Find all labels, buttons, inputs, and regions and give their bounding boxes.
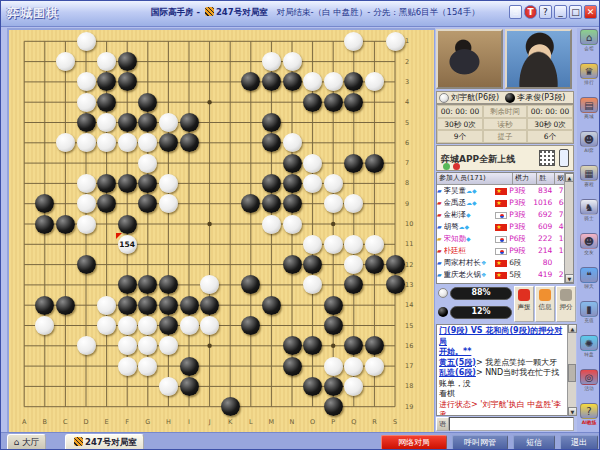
white-stone (159, 113, 178, 132)
white-stone-icon (438, 288, 448, 298)
icon-glyph: ? (580, 403, 598, 419)
black-stone (324, 397, 343, 416)
phone-icon (559, 149, 569, 167)
black-stone (283, 357, 302, 376)
black-stone (283, 154, 302, 173)
participant-name: 李昊童☁◆ (444, 185, 496, 197)
help-icon[interactable]: ? (539, 5, 552, 19)
black-stone (344, 154, 363, 173)
coord-letter: P (329, 418, 337, 426)
black-stone (56, 215, 75, 234)
black-stone (324, 377, 343, 396)
maximize-button[interactable]: □ (569, 5, 582, 19)
white-byoyomi: 30秒 0次 (437, 118, 483, 131)
window-title: 国际高手房 - 247号对局室 对局结束-（白 中盘胜）- 分先：黑贴6目半（1… (151, 7, 481, 19)
black-stone (283, 194, 302, 213)
black-stone (118, 72, 137, 91)
info-button[interactable]: 信息 (535, 286, 555, 322)
icon-glyph: ✺ (580, 335, 598, 351)
white-stone (159, 174, 178, 193)
participant-rank: P9段 (509, 245, 530, 257)
black-byoyomi: 30秒 0次 (527, 118, 573, 131)
white-stone (77, 336, 96, 355)
black-time: 00: 00: 00 (527, 105, 573, 118)
black-stone (303, 377, 322, 396)
coord-number: 8 (405, 179, 409, 187)
app-logo: 弈城围棋 (7, 5, 59, 22)
coord-letter: Q (350, 418, 358, 426)
black-stone (386, 275, 405, 294)
icon-glyph: ▤ (580, 97, 598, 113)
coord-number: 4 (405, 98, 409, 106)
white-stone (344, 235, 363, 254)
white-stone (138, 357, 157, 376)
briefcase-icon (560, 289, 572, 301)
strip-icon-排行[interactable]: ♛排行 (577, 63, 600, 96)
participant-name: 胡骜☁◆ (444, 221, 496, 233)
black-stone (159, 296, 178, 315)
userlist-scrollbar[interactable]: ▲ ▼ (564, 173, 573, 283)
participant-name: 金禹丞☁◆ (444, 197, 496, 209)
participant-rank: P3段 (509, 221, 530, 233)
strip-icon-交友[interactable]: ☻交友 (577, 233, 600, 266)
black-stone (180, 296, 199, 315)
participant-row[interactable]: ▰李昊童☁◆★P3段834755 (437, 185, 573, 197)
strip-icon-活动[interactable]: ◎活动 (577, 369, 600, 402)
white-winrate: 88% (450, 288, 512, 297)
white-stone (324, 72, 343, 91)
participants-count: 参加人员(171) (437, 173, 513, 184)
black-stone (262, 174, 281, 193)
black-stone-icon (505, 93, 515, 103)
icon-glyph: ◎ (580, 369, 598, 385)
winrate-panel: 88% 12% 声援信息押分 (436, 286, 574, 323)
go-board[interactable]: ABCDEFGHIJKLMNOPQRS123456789101112131415… (7, 28, 435, 432)
strip-icon-聊天[interactable]: ❝聊天 (577, 267, 600, 300)
tab-game-room[interactable]: 247号对局室 (65, 434, 144, 450)
participant-wins: 692 (530, 209, 553, 221)
coord-letter: N (288, 418, 296, 426)
black-stone (365, 154, 384, 173)
strip-icon-骑士[interactable]: ♞骑士 (577, 199, 600, 232)
coord-letter: S (391, 418, 399, 426)
vip-badge-icon: ☁◆ (459, 223, 470, 230)
coord-letter: O (309, 418, 317, 426)
black-stone (180, 133, 199, 152)
chat-input[interactable] (449, 417, 574, 431)
participant-row[interactable]: ▰重庆老火锅❖★5段419275 (437, 269, 573, 281)
black-stone (324, 296, 343, 315)
strength-header: 棋力 (513, 173, 537, 184)
coord-number: 9 (405, 200, 409, 208)
coord-letter: K (226, 418, 234, 426)
white-stone (324, 235, 343, 254)
close-button[interactable]: ✕ (584, 5, 597, 19)
white-time: 00: 00: 00 (437, 105, 483, 118)
participant-wins: 419 (530, 269, 553, 281)
network-game-button[interactable]: 网络对局 (381, 435, 447, 450)
participant-name: 周家村村长❖ (444, 257, 496, 269)
white-stone (303, 154, 322, 173)
eweiqi-client-window: 弈城围棋 国际高手房 - 247号对局室 对局结束-（白 中盘胜）- 分先：黑贴… (0, 0, 600, 450)
white-stone (180, 316, 199, 335)
black-stone (180, 113, 199, 132)
participant-name: 金彬泽◆ (444, 209, 496, 221)
strip-icon-会馆[interactable]: ⌂会馆 (577, 29, 600, 62)
coord-letter: G (144, 418, 152, 426)
participant-rank: 5段 (509, 269, 530, 281)
vip-badge-icon: ◆ (466, 235, 471, 242)
black-stone (262, 296, 281, 315)
vip-badge-icon: ◆ (466, 211, 471, 218)
black-stone (118, 52, 137, 71)
coord-number: 2 (405, 58, 409, 66)
participant-name: 朴廷桓 (444, 245, 496, 257)
white-player-photo (436, 29, 503, 89)
coord-number: 11 (405, 240, 413, 248)
white-stone (138, 154, 157, 173)
coord-number: 15 (405, 322, 413, 330)
black-stone (386, 255, 405, 274)
participant-row[interactable]: ▰宋知勋◆P6段222105 (437, 233, 573, 245)
white-stone (97, 113, 116, 132)
room-icon (205, 7, 214, 16)
black-stone (118, 215, 137, 234)
participant-rank: P6段 (509, 233, 530, 245)
participant-wins: 609 (530, 221, 553, 233)
bet-button[interactable]: 押分 (556, 286, 576, 322)
black-stone (77, 255, 96, 274)
player-names-bar: 刘宇航(P6段) 李承俊(P3段) (436, 91, 574, 104)
participant-name: 重庆老火锅❖ (444, 269, 496, 281)
participant-wins: 834 (530, 185, 553, 197)
icon-glyph: ☻ (580, 233, 598, 249)
black-stone (35, 215, 54, 234)
coord-letter: D (82, 418, 90, 426)
android-icon (443, 163, 450, 170)
hand-icon[interactable]: ☝ (509, 5, 522, 19)
tomato-icon (518, 289, 530, 301)
white-stone (303, 235, 322, 254)
participant-rank: P3段 (509, 197, 530, 209)
strip-icon-转盘[interactable]: ✺转盘 (577, 335, 600, 368)
white-stone (324, 174, 343, 193)
vip-badge-icon: ☁◆ (466, 187, 477, 194)
black-stone (56, 296, 75, 315)
participant-wins: 1016 (530, 197, 553, 209)
white-stone (77, 215, 96, 234)
icon-glyph: ⌂ (580, 29, 598, 45)
participant-row[interactable]: ▰金禹丞☁◆★P3段1016647 (437, 197, 573, 209)
white-captures: 9个 (437, 130, 483, 143)
white-stone (365, 357, 384, 376)
black-stone-icon (438, 307, 448, 317)
white-stone (77, 194, 96, 213)
last-move-marker (116, 233, 122, 239)
flag-icon-kr (495, 248, 507, 255)
call-admin-button[interactable]: 呼叫网管 (452, 435, 508, 450)
black-stone (180, 377, 199, 396)
clock-panel: 00: 00: 00 剩余时间 00: 00: 00 30秒 0次 读秒 30秒… (436, 104, 574, 144)
coord-number: 7 (405, 159, 409, 167)
white-stone (365, 235, 384, 254)
white-stone (283, 52, 302, 71)
icon-glyph: ▦ (580, 165, 598, 181)
app-banner[interactable]: 弈城APP全新上线 (436, 145, 574, 171)
black-stone (97, 93, 116, 112)
black-stone (118, 174, 137, 193)
minimize-button[interactable]: _ (554, 5, 567, 19)
white-stone (118, 357, 137, 376)
white-stone (97, 296, 116, 315)
black-stone (118, 275, 137, 294)
coord-letter: L (247, 418, 255, 426)
white-stone (344, 357, 363, 376)
black-stone (221, 397, 240, 416)
black-stone (138, 93, 157, 112)
vip-badge-icon: ☁◆ (466, 199, 477, 206)
black-player-photo (505, 29, 572, 89)
black-stone (324, 93, 343, 112)
black-stone (344, 93, 363, 112)
flag-icon-cn: ★ (495, 188, 507, 195)
exit-button[interactable]: 退出 (560, 435, 598, 450)
black-stone (262, 194, 281, 213)
strip-icon-赛程[interactable]: ▦赛程 (577, 165, 600, 198)
sms-button[interactable]: 短信 (513, 435, 555, 450)
icon-glyph: ❝ (580, 267, 598, 283)
greeting-phrases-button[interactable]: 语 (436, 417, 449, 431)
white-stone-icon (439, 93, 449, 103)
coord-letter: M (267, 418, 275, 426)
coord-number: 6 (405, 139, 409, 147)
white-stone (303, 174, 322, 193)
chat-line: 黄五(5段)> 我差点笑掉一颗大牙 (439, 358, 563, 369)
flag-icon-kr (495, 212, 507, 219)
black-stone (303, 93, 322, 112)
participant-wins: 222 (530, 233, 553, 245)
participant-list-header[interactable]: 参加人员(171) 棋力 胜 败 (437, 173, 573, 185)
coord-number: 13 (405, 281, 413, 289)
participant-list: 参加人员(171) 棋力 胜 败 ▰李昊童☁◆★P3段834755▰金禹丞☁◆★… (436, 172, 574, 284)
coord-letter: C (61, 418, 69, 426)
qr-code-icon (539, 150, 555, 166)
strip-icon-商城[interactable]: ▤商城 (577, 97, 600, 130)
flag-icon-cn: ★ (495, 200, 507, 207)
coord-number: 12 (405, 261, 413, 269)
white-stone (159, 194, 178, 213)
chat-area: 门(9段) VS 花和尚(9段)的押分对局开始。**黄五(5段)> 我差点笑掉一… (436, 324, 574, 416)
white-stone (262, 215, 281, 234)
participant-wins: 214 (530, 245, 553, 257)
white-stone (283, 133, 302, 152)
time-label: 剩余时间 (483, 105, 527, 118)
coord-number: 1 (405, 37, 409, 45)
icon-glyph: ☻ (580, 131, 598, 147)
participant-row[interactable]: ▰胡骜☁◆★P3段609403 (437, 221, 573, 233)
last-move-number: 154 (118, 240, 137, 249)
black-stone (283, 336, 302, 355)
byoyomi-label: 读秒 (483, 118, 527, 131)
black-stone (200, 296, 219, 315)
participant-row[interactable]: ▰金彬泽◆P3段692707 (437, 209, 573, 221)
participant-name: 宋知勋◆ (444, 233, 496, 245)
banner-text: 弈城APP全新上线 (441, 153, 515, 166)
white-stone (200, 316, 219, 335)
sidebar: 刘宇航(P6段) 李承俊(P3段) 00: 00: 00 剩余时间 00: 00… (436, 28, 576, 433)
right-icon-strip: ⌂会馆♛排行▤商城☻AI弈▦赛程♞骑士☻交友❝聊天▮充值✺转盘◎活动?AI教练 (577, 28, 600, 432)
win-header: 胜 (537, 173, 555, 184)
black-captures: 6个 (527, 130, 573, 143)
black-winrate: 12% (450, 307, 512, 316)
coord-letter: J (206, 418, 214, 426)
vip-badge-icon: ❖ (481, 271, 486, 278)
coord-number: 5 (405, 119, 409, 127)
coord-number: 19 (405, 403, 413, 411)
white-stone (118, 316, 137, 335)
coord-letter: I (185, 418, 193, 426)
chat-scrollbar[interactable]: ▲ ▼ (567, 324, 576, 416)
flag-icon-cn: ★ (495, 260, 507, 267)
black-player-name: 李承俊(P3段) (517, 92, 565, 103)
participant-rank: P3段 (509, 209, 530, 221)
white-stone (118, 133, 137, 152)
icon-glyph: ♛ (580, 63, 598, 79)
black-stone (365, 255, 384, 274)
white-stone (97, 316, 116, 335)
black-stone (138, 296, 157, 315)
captures-label: 提子 (483, 130, 527, 143)
coord-number: 16 (405, 342, 413, 350)
white-stone (77, 133, 96, 152)
white-player-name: 刘宇航(P6段) (451, 92, 499, 103)
box-icon (539, 289, 551, 301)
icon-glyph: ♞ (580, 199, 598, 215)
black-stone (118, 113, 137, 132)
white-stone (56, 52, 75, 71)
chat-line: 开始。** (439, 347, 563, 358)
chat-line: 乱造(6段)> NND当时我在忙于找账单，没 (439, 368, 563, 389)
white-stone (77, 93, 96, 112)
strip-icon-AI弈[interactable]: ☻AI弈 (577, 131, 600, 164)
white-stone (386, 32, 405, 51)
flag-icon-cn: ★ (495, 224, 507, 231)
black-stone (283, 174, 302, 193)
black-stone (324, 316, 343, 335)
icon-glyph: ▮ (580, 301, 598, 317)
coord-letter: R (370, 418, 378, 426)
coord-number: 17 (405, 362, 413, 370)
coord-number: 10 (405, 220, 413, 228)
chat-line: 看棋 (439, 389, 563, 400)
participant-rank: P3段 (509, 185, 530, 197)
coord-number: 14 (405, 301, 413, 309)
white-stone (344, 32, 363, 51)
flag-icon-cn: ★ (495, 272, 507, 279)
coord-letter: B (41, 418, 49, 426)
black-stone (77, 113, 96, 132)
participant-row[interactable]: ▰周家村村长❖★6段8056 (437, 257, 573, 269)
white-stone (283, 215, 302, 234)
vip-badge-icon: ❖ (481, 259, 486, 266)
flag-icon-kr (495, 236, 507, 243)
coord-letter: F (123, 418, 131, 426)
white-stone (77, 174, 96, 193)
participant-rank: 6段 (509, 257, 530, 269)
apple-icon (453, 163, 460, 170)
bottom-bar: ⌂ 大厅 247号对局室 网络对局 呼叫网管 短信 退出 (1, 432, 600, 450)
black-stone (262, 113, 281, 132)
white-stone (262, 52, 281, 71)
coord-letter: A (20, 418, 28, 426)
chat-line: 进行状态> '刘宇航'执白 中盘胜'李承 (439, 400, 563, 417)
coord-letter: E (103, 418, 111, 426)
coord-number: 3 (405, 78, 409, 86)
tygem-icon[interactable]: T (524, 5, 537, 19)
participant-wins: 80 (530, 257, 553, 269)
white-stone (159, 377, 178, 396)
white-stone (77, 72, 96, 91)
white-stone: 154 (118, 235, 137, 254)
chat-line: 门(9段) VS 花和尚(9段)的押分对局 (439, 326, 563, 347)
white-stone (324, 357, 343, 376)
strip-icon-充值[interactable]: ▮充值 (577, 301, 600, 334)
white-stone (324, 194, 343, 213)
cheer-button[interactable]: 声援 (514, 286, 534, 322)
black-stone (97, 174, 116, 193)
black-stone (159, 316, 178, 335)
coord-letter: H (164, 418, 172, 426)
tab-lobby[interactable]: ⌂ 大厅 (7, 434, 46, 450)
black-stone (283, 255, 302, 274)
coord-number: 18 (405, 382, 413, 390)
white-stone (77, 32, 96, 51)
white-stone (118, 336, 137, 355)
participant-row[interactable]: ▰朴廷桓P9段214102 (437, 245, 573, 257)
black-stone (118, 296, 137, 315)
black-stone (35, 296, 54, 315)
title-bar[interactable]: 弈城围棋 国际高手房 - 247号对局室 对局结束-（白 中盘胜）- 分先：黑贴… (1, 1, 600, 27)
black-stone (283, 72, 302, 91)
black-stone (180, 357, 199, 376)
